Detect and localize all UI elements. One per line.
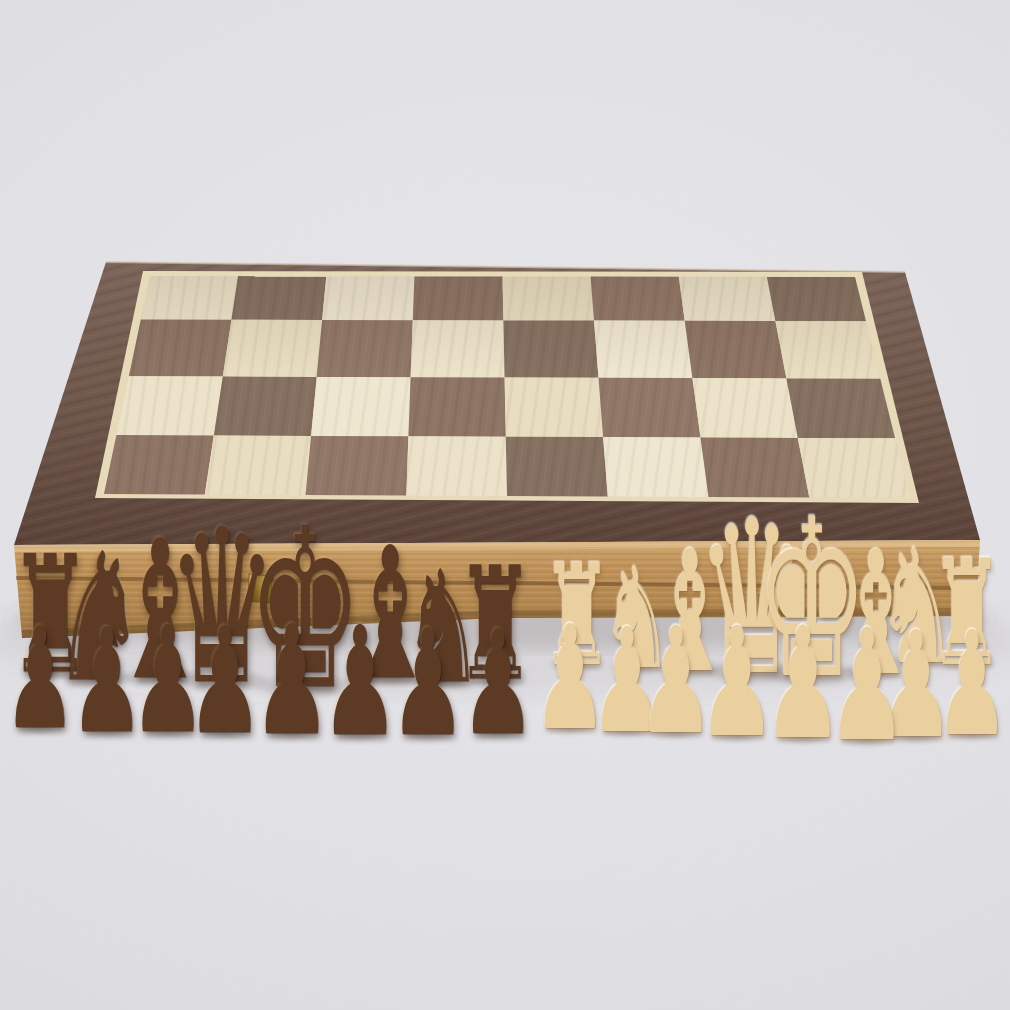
board-box-scene: [0, 0, 1010, 1010]
chess-set-product-photo: ♜♞♝♛♚♝♞♜♟♟♟♟♟♟♟♟♜♞♝♛♚♝♞♜♟♟♟♟♟♟♟♟: [0, 0, 1010, 1010]
brass-hinge-left: [248, 574, 272, 603]
board-field-shading: [104, 276, 910, 498]
brass-hinge-right: [758, 595, 782, 618]
